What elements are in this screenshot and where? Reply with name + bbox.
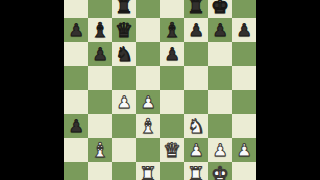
square-a8[interactable] [64,0,88,18]
square-c4[interactable]: ♟ [112,90,136,114]
square-f4[interactable] [184,90,208,114]
letterbox-left [0,0,64,180]
square-c6[interactable]: ♞ [112,42,136,66]
square-g2[interactable]: ♟ [208,138,232,162]
piece-white-knight-f3[interactable]: ♞ [184,114,208,138]
square-b6[interactable]: ♟ [88,42,112,66]
square-d1[interactable]: ♜ [136,162,160,180]
square-f5[interactable] [184,66,208,90]
square-h5[interactable] [232,66,256,90]
piece-black-pawn-h7[interactable]: ♟ [232,18,256,42]
piece-black-king-g8[interactable]: ♚ [208,0,232,18]
square-g4[interactable] [208,90,232,114]
square-d6[interactable] [136,42,160,66]
square-f1[interactable]: ♜ [184,162,208,180]
square-d5[interactable] [136,66,160,90]
square-g3[interactable] [208,114,232,138]
piece-black-queen-c7[interactable]: ♛ [112,18,136,42]
square-h2[interactable]: ♟ [232,138,256,162]
piece-black-pawn-a3[interactable]: ♟ [64,114,88,138]
piece-black-bishop-e7[interactable]: ♝ [160,18,184,42]
square-h1[interactable] [232,162,256,180]
square-c3[interactable] [112,114,136,138]
square-e4[interactable] [160,90,184,114]
piece-white-bishop-d3[interactable]: ♝ [136,114,160,138]
square-a3[interactable]: ♟ [64,114,88,138]
piece-white-pawn-c4[interactable]: ♟ [112,90,136,114]
piece-black-rook-f8[interactable]: ♜ [184,0,208,18]
piece-white-pawn-d4[interactable]: ♟ [136,90,160,114]
square-f3[interactable]: ♞ [184,114,208,138]
piece-white-pawn-h2[interactable]: ♟ [232,138,256,162]
square-b5[interactable] [88,66,112,90]
square-d3[interactable]: ♝ [136,114,160,138]
square-g6[interactable] [208,42,232,66]
piece-black-pawn-b6[interactable]: ♟ [88,42,112,66]
square-c1[interactable] [112,162,136,180]
square-e3[interactable] [160,114,184,138]
piece-black-bishop-b7[interactable]: ♝ [88,18,112,42]
piece-white-bishop-b2[interactable]: ♝ [88,138,112,162]
piece-black-pawn-g7[interactable]: ♟ [208,18,232,42]
square-c8[interactable]: ♜ [112,0,136,18]
square-h6[interactable] [232,42,256,66]
square-b7[interactable]: ♝ [88,18,112,42]
square-c7[interactable]: ♛ [112,18,136,42]
square-c5[interactable] [112,66,136,90]
square-f8[interactable]: ♜ [184,0,208,18]
square-b4[interactable] [88,90,112,114]
square-g7[interactable]: ♟ [208,18,232,42]
square-e7[interactable]: ♝ [160,18,184,42]
piece-white-queen-e2[interactable]: ♛ [160,138,184,162]
square-g8[interactable]: ♚ [208,0,232,18]
square-h3[interactable] [232,114,256,138]
square-h8[interactable] [232,0,256,18]
square-e2[interactable]: ♛ [160,138,184,162]
square-b3[interactable] [88,114,112,138]
square-a2[interactable] [64,138,88,162]
piece-black-knight-c6[interactable]: ♞ [112,42,136,66]
piece-white-pawn-g2[interactable]: ♟ [208,138,232,162]
square-a1[interactable] [64,162,88,180]
piece-black-rook-c8[interactable]: ♜ [112,0,136,18]
square-d7[interactable] [136,18,160,42]
piece-black-pawn-a7[interactable]: ♟ [64,18,88,42]
letterbox-right [256,0,320,180]
square-g5[interactable] [208,66,232,90]
square-b2[interactable]: ♝ [88,138,112,162]
piece-black-pawn-e6[interactable]: ♟ [160,42,184,66]
piece-white-king-g1[interactable]: ♚ [208,162,232,180]
square-g1[interactable]: ♚ [208,162,232,180]
square-b8[interactable] [88,0,112,18]
piece-white-rook-f1[interactable]: ♜ [184,162,208,180]
square-f2[interactable]: ♟ [184,138,208,162]
chess-board: ♜♜♚♟♝♛♝♟♟♟♟♞♟♟♟♟♝♞♝♛♟♟♟♜♜♚ [64,0,256,180]
square-d8[interactable] [136,0,160,18]
square-e8[interactable] [160,0,184,18]
square-d4[interactable]: ♟ [136,90,160,114]
square-e5[interactable] [160,66,184,90]
square-d2[interactable] [136,138,160,162]
piece-white-rook-d1[interactable]: ♜ [136,162,160,180]
square-f6[interactable] [184,42,208,66]
square-a5[interactable] [64,66,88,90]
square-a6[interactable] [64,42,88,66]
square-a4[interactable] [64,90,88,114]
square-e6[interactable]: ♟ [160,42,184,66]
square-h7[interactable]: ♟ [232,18,256,42]
piece-white-pawn-f2[interactable]: ♟ [184,138,208,162]
square-b1[interactable] [88,162,112,180]
piece-black-pawn-f7[interactable]: ♟ [184,18,208,42]
square-h4[interactable] [232,90,256,114]
square-a7[interactable]: ♟ [64,18,88,42]
square-f7[interactable]: ♟ [184,18,208,42]
square-e1[interactable] [160,162,184,180]
square-c2[interactable] [112,138,136,162]
